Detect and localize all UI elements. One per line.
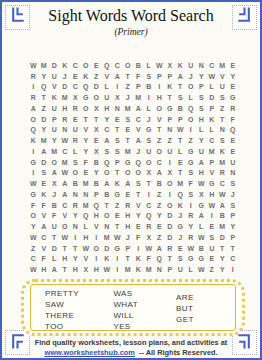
grid-cell[interactable]: A xyxy=(154,168,165,179)
grid-cell[interactable]: Y xyxy=(70,211,81,222)
grid-cell[interactable]: I xyxy=(154,82,165,93)
grid-cell[interactable]: A xyxy=(102,178,113,189)
grid-cell[interactable]: T xyxy=(228,243,239,254)
grid-cell[interactable]: V xyxy=(60,211,71,222)
grid-cell[interactable]: F xyxy=(186,178,197,189)
grid-cell[interactable]: J xyxy=(60,71,71,82)
grid-cell[interactable]: K xyxy=(175,200,186,211)
grid-cell[interactable]: M xyxy=(39,135,50,146)
grid-cell[interactable]: A xyxy=(175,71,186,82)
grid-cell[interactable]: U xyxy=(144,146,155,157)
grid-cell[interactable]: H xyxy=(196,168,207,179)
grid-cell[interactable]: A xyxy=(102,135,113,146)
grid-cell[interactable]: E xyxy=(123,189,134,200)
grid-cell[interactable]: A xyxy=(49,264,60,275)
grid-cell[interactable]: C xyxy=(60,146,71,157)
grid-cell[interactable]: L xyxy=(196,125,207,136)
grid-cell[interactable]: F xyxy=(39,254,50,265)
grid-cell[interactable]: T xyxy=(91,114,102,125)
grid-cell[interactable]: Y xyxy=(186,221,197,232)
grid-cell[interactable]: W xyxy=(196,264,207,275)
grid-cell[interactable]: M xyxy=(60,157,71,168)
grid-cell[interactable]: A xyxy=(39,221,50,232)
grid-cell[interactable]: F xyxy=(133,232,144,243)
grid-cell[interactable]: Z xyxy=(91,71,102,82)
grid-cell[interactable]: G xyxy=(81,92,92,103)
grid-cell[interactable]: R xyxy=(186,211,197,222)
grid-cell[interactable]: A xyxy=(28,103,39,114)
grid-cell[interactable]: M xyxy=(217,157,228,168)
grid-cell[interactable]: I xyxy=(228,264,239,275)
grid-cell[interactable]: J xyxy=(228,189,239,200)
grid-cell[interactable]: O xyxy=(102,168,113,179)
grid-cell[interactable]: O xyxy=(154,103,165,114)
grid-cell[interactable]: K xyxy=(175,60,186,71)
grid-cell[interactable]: F xyxy=(49,211,60,222)
grid-cell[interactable]: H xyxy=(70,264,81,275)
grid-cell[interactable]: J xyxy=(49,189,60,200)
grid-cell[interactable]: G xyxy=(186,254,197,265)
grid-cell[interactable]: G xyxy=(186,146,197,157)
grid-cell[interactable]: P xyxy=(154,71,165,82)
grid-cell[interactable]: Y xyxy=(39,71,50,82)
grid-cell[interactable]: M xyxy=(133,92,144,103)
grid-cell[interactable]: K xyxy=(60,60,71,71)
grid-cell[interactable]: U xyxy=(228,157,239,168)
grid-cell[interactable]: L xyxy=(175,146,186,157)
grid-cell[interactable]: J xyxy=(133,146,144,157)
grid-cell[interactable]: O xyxy=(186,82,197,93)
grid-cell[interactable]: I xyxy=(144,92,155,103)
grid-cell[interactable]: O xyxy=(91,92,102,103)
grid-cell[interactable]: R xyxy=(70,135,81,146)
grid-cell[interactable]: A xyxy=(60,189,71,200)
grid-cell[interactable]: H xyxy=(91,264,102,275)
grid-cell[interactable]: G xyxy=(207,178,218,189)
grid-cell[interactable]: L xyxy=(144,103,155,114)
grid-cell[interactable]: M xyxy=(49,146,60,157)
grid-cell[interactable]: Z xyxy=(217,103,228,114)
grid-cell[interactable]: H xyxy=(123,211,134,222)
grid-cell[interactable]: B xyxy=(144,82,155,93)
grid-cell[interactable]: S xyxy=(175,254,186,265)
grid-cell[interactable]: C xyxy=(70,82,81,93)
grid-cell[interactable]: I xyxy=(165,157,176,168)
grid-cell[interactable]: S xyxy=(196,92,207,103)
grid-cell[interactable]: V xyxy=(133,125,144,136)
grid-cell[interactable]: A xyxy=(39,146,50,157)
grid-cell[interactable]: P xyxy=(133,82,144,93)
grid-cell[interactable]: D xyxy=(49,60,60,71)
grid-cell[interactable]: E xyxy=(133,221,144,232)
grid-cell[interactable]: K xyxy=(112,178,123,189)
grid-cell[interactable]: G xyxy=(123,157,134,168)
grid-cell[interactable]: M xyxy=(123,264,134,275)
grid-cell[interactable]: S xyxy=(144,71,155,82)
grid-cell[interactable]: I xyxy=(112,264,123,275)
grid-cell[interactable]: T xyxy=(144,178,155,189)
grid-cell[interactable]: Y xyxy=(39,125,50,136)
grid-cell[interactable]: G xyxy=(112,189,123,200)
grid-cell[interactable]: F xyxy=(228,114,239,125)
grid-cell[interactable]: Q xyxy=(186,103,197,114)
grid-cell[interactable]: E xyxy=(112,114,123,125)
grid-cell[interactable]: H xyxy=(196,114,207,125)
grid-cell[interactable]: X xyxy=(91,146,102,157)
grid-cell[interactable]: H xyxy=(123,221,134,232)
grid-cell[interactable]: T xyxy=(154,125,165,136)
grid-cell[interactable]: W xyxy=(207,71,218,82)
grid-cell[interactable]: U xyxy=(102,92,113,103)
grid-cell[interactable]: O xyxy=(28,211,39,222)
grid-cell[interactable]: M xyxy=(175,178,186,189)
grid-cell[interactable]: E xyxy=(39,178,50,189)
grid-cell[interactable]: K xyxy=(217,146,228,157)
grid-cell[interactable]: O xyxy=(102,211,113,222)
grid-cell[interactable]: G xyxy=(165,103,176,114)
grid-cell[interactable]: D xyxy=(102,243,113,254)
grid-cell[interactable]: L xyxy=(70,146,81,157)
grid-cell[interactable]: B xyxy=(133,60,144,71)
grid-cell[interactable]: I xyxy=(165,189,176,200)
grid-cell[interactable]: E xyxy=(81,168,92,179)
grid-cell[interactable]: C xyxy=(228,254,239,265)
grid-cell[interactable]: Y xyxy=(228,71,239,82)
grid-cell[interactable]: R xyxy=(70,200,81,211)
grid-cell[interactable]: G xyxy=(228,92,239,103)
grid-cell[interactable]: R xyxy=(165,243,176,254)
grid-cell[interactable]: O xyxy=(49,157,60,168)
grid-cell[interactable]: W xyxy=(175,125,186,136)
grid-cell[interactable]: Q xyxy=(228,125,239,136)
grid-cell[interactable]: K xyxy=(28,135,39,146)
grid-cell[interactable]: N xyxy=(70,221,81,232)
grid-cell[interactable]: U xyxy=(207,243,218,254)
grid-cell[interactable]: X xyxy=(144,232,155,243)
grid-cell[interactable]: Q xyxy=(102,60,113,71)
grid-cell[interactable]: T xyxy=(175,135,186,146)
grid-cell[interactable]: Z xyxy=(39,103,50,114)
grid-cell[interactable]: M xyxy=(144,264,155,275)
grid-cell[interactable]: W xyxy=(28,264,39,275)
grid-cell[interactable]: Y xyxy=(154,211,165,222)
grid-cell[interactable]: G xyxy=(196,254,207,265)
grid-cell[interactable]: I xyxy=(70,232,81,243)
grid-cell[interactable]: H xyxy=(102,103,113,114)
grid-cell[interactable]: Q xyxy=(39,82,50,93)
grid-cell[interactable]: C xyxy=(112,60,123,71)
grid-cell[interactable]: W xyxy=(217,189,228,200)
grid-cell[interactable]: V xyxy=(39,211,50,222)
grid-cell[interactable]: G xyxy=(196,200,207,211)
grid-cell[interactable]: J xyxy=(123,92,134,103)
grid-cell[interactable]: U xyxy=(49,103,60,114)
grid-cell[interactable]: Y xyxy=(28,221,39,232)
grid-cell[interactable]: C xyxy=(207,60,218,71)
grid-cell[interactable]: I xyxy=(28,168,39,179)
grid-cell[interactable]: T xyxy=(39,92,50,103)
grid-cell[interactable]: D xyxy=(217,232,228,243)
grid-cell[interactable]: C xyxy=(28,254,39,265)
grid-cell[interactable]: R xyxy=(123,200,134,211)
grid-cell[interactable]: W xyxy=(60,168,71,179)
grid-cell[interactable]: B xyxy=(175,103,186,114)
grid-cell[interactable]: S xyxy=(133,178,144,189)
grid-cell[interactable]: M xyxy=(123,146,134,157)
grid-cell[interactable]: S xyxy=(102,146,113,157)
grid-cell[interactable]: E xyxy=(70,114,81,125)
grid-cell[interactable]: W xyxy=(186,243,197,254)
grid-cell[interactable]: C xyxy=(60,200,71,211)
grid-cell[interactable]: V xyxy=(207,168,218,179)
grid-cell[interactable]: S xyxy=(112,146,123,157)
grid-cell[interactable]: I xyxy=(112,82,123,93)
grid-cell[interactable]: S xyxy=(207,232,218,243)
grid-cell[interactable]: D xyxy=(39,157,50,168)
grid-cell[interactable]: K xyxy=(165,82,176,93)
grid-cell[interactable]: T xyxy=(217,243,228,254)
grid-cell[interactable]: W xyxy=(144,243,155,254)
grid-cell[interactable]: P xyxy=(165,114,176,125)
grid-cell[interactable]: R xyxy=(60,114,71,125)
grid-cell[interactable]: O xyxy=(81,60,92,71)
grid-cell[interactable]: L xyxy=(102,82,113,93)
grid-cell[interactable]: V xyxy=(39,243,50,254)
grid-cell[interactable]: C xyxy=(217,178,228,189)
grid-cell[interactable]: Y xyxy=(70,254,81,265)
grid-cell[interactable]: N xyxy=(102,221,113,232)
grid-cell[interactable]: Z xyxy=(154,135,165,146)
grid-cell[interactable]: T xyxy=(102,200,113,211)
grid-cell[interactable]: T xyxy=(175,82,186,93)
grid-cell[interactable]: K xyxy=(133,264,144,275)
grid-cell[interactable]: O xyxy=(81,103,92,114)
grid-cell[interactable]: Y xyxy=(91,168,102,179)
grid-cell[interactable]: L xyxy=(196,221,207,232)
grid-cell[interactable]: P xyxy=(112,157,123,168)
grid-cell[interactable]: C xyxy=(102,125,113,136)
grid-cell[interactable]: H xyxy=(39,264,50,275)
grid-cell[interactable]: H xyxy=(207,189,218,200)
grid-cell[interactable]: L xyxy=(49,254,60,265)
grid-cell[interactable]: E xyxy=(228,60,239,71)
grid-cell[interactable]: E xyxy=(228,146,239,157)
grid-cell[interactable]: E xyxy=(70,71,81,82)
grid-cell[interactable]: E xyxy=(91,60,102,71)
grid-cell[interactable]: H xyxy=(91,211,102,222)
grid-cell[interactable]: E xyxy=(91,135,102,146)
grid-cell[interactable]: E xyxy=(228,82,239,93)
grid-cell[interactable]: Q xyxy=(28,125,39,136)
grid-cell[interactable]: N xyxy=(196,60,207,71)
grid-cell[interactable]: Y xyxy=(133,211,144,222)
grid-cell[interactable]: M xyxy=(102,232,113,243)
grid-cell[interactable]: W xyxy=(196,232,207,243)
grid-cell[interactable]: Q xyxy=(154,254,165,265)
grid-cell[interactable]: S xyxy=(70,157,81,168)
grid-cell[interactable]: M xyxy=(217,60,228,71)
grid-cell[interactable]: O xyxy=(165,200,176,211)
grid-cell[interactable]: X xyxy=(112,92,123,103)
grid-cell[interactable]: Y xyxy=(217,264,228,275)
grid-cell[interactable]: I xyxy=(91,254,102,265)
grid-cell[interactable]: C xyxy=(154,157,165,168)
grid-cell[interactable]: I xyxy=(186,200,197,211)
grid-cell[interactable]: N xyxy=(217,125,228,136)
grid-cell[interactable]: G xyxy=(144,125,155,136)
grid-cell[interactable]: V xyxy=(217,71,228,82)
grid-cell[interactable]: D xyxy=(165,221,176,232)
grid-cell[interactable]: Z xyxy=(165,135,176,146)
grid-cell[interactable]: A xyxy=(112,71,123,82)
grid-cell[interactable]: D xyxy=(165,211,176,222)
grid-cell[interactable]: C xyxy=(133,114,144,125)
grid-cell[interactable]: B xyxy=(217,211,228,222)
grid-cell[interactable]: A xyxy=(60,178,71,189)
grid-cell[interactable]: C xyxy=(144,200,155,211)
grid-cell[interactable]: V xyxy=(133,200,144,211)
grid-cell[interactable]: E xyxy=(123,125,134,136)
grid-cell[interactable]: W xyxy=(60,135,71,146)
grid-cell[interactable]: Z xyxy=(112,200,123,211)
grid-cell[interactable]: G xyxy=(112,243,123,254)
grid-cell[interactable]: F xyxy=(39,200,50,211)
grid-cell[interactable]: S xyxy=(186,189,197,200)
grid-cell[interactable]: S xyxy=(186,168,197,179)
grid-cell[interactable]: S xyxy=(39,168,50,179)
grid-cell[interactable]: B xyxy=(91,157,102,168)
grid-cell[interactable]: W xyxy=(28,178,39,189)
grid-cell[interactable]: R xyxy=(217,168,228,179)
grid-cell[interactable]: Y xyxy=(102,114,113,125)
grid-cell[interactable]: X xyxy=(144,168,155,179)
grid-cell[interactable]: A xyxy=(133,103,144,114)
grid-cell[interactable]: U xyxy=(217,82,228,93)
grid-cell[interactable]: U xyxy=(49,125,60,136)
grid-cell[interactable]: D xyxy=(91,82,102,93)
grid-cell[interactable]: V xyxy=(49,82,60,93)
grid-cell[interactable]: V xyxy=(81,254,92,265)
grid-cell[interactable]: C xyxy=(39,232,50,243)
grid-cell[interactable]: S xyxy=(228,178,239,189)
grid-cell[interactable]: F xyxy=(144,254,155,265)
grid-cell[interactable]: N xyxy=(60,125,71,136)
grid-cell[interactable]: E xyxy=(207,221,218,232)
grid-cell[interactable]: U xyxy=(49,221,60,232)
grid-cell[interactable]: K xyxy=(81,71,92,82)
grid-cell[interactable]: P xyxy=(207,157,218,168)
grid-cell[interactable]: T xyxy=(165,92,176,103)
grid-cell[interactable]: U xyxy=(175,264,186,275)
grid-cell[interactable]: Z xyxy=(28,243,39,254)
grid-cell[interactable]: W xyxy=(154,60,165,71)
grid-cell[interactable]: F xyxy=(133,71,144,82)
grid-cell[interactable]: Y xyxy=(81,146,92,157)
grid-cell[interactable]: D xyxy=(60,82,71,93)
grid-cell[interactable]: Q xyxy=(91,200,102,211)
grid-cell[interactable]: S xyxy=(123,114,134,125)
grid-cell[interactable]: O xyxy=(70,168,81,179)
grid-cell[interactable]: X xyxy=(49,178,60,189)
grid-cell[interactable]: B xyxy=(154,178,165,189)
grid-cell[interactable]: M xyxy=(39,60,50,71)
grid-cell[interactable]: N xyxy=(112,103,123,114)
grid-cell[interactable]: F xyxy=(28,200,39,211)
grid-cell[interactable]: A xyxy=(123,178,134,189)
grid-cell[interactable]: M xyxy=(217,221,228,232)
grid-cell[interactable]: T xyxy=(112,168,123,179)
grid-cell[interactable]: K xyxy=(207,114,218,125)
grid-cell[interactable]: P xyxy=(165,71,176,82)
grid-cell[interactable]: M xyxy=(81,178,92,189)
grid-cell[interactable]: Z xyxy=(154,232,165,243)
grid-cell[interactable]: G xyxy=(28,189,39,200)
grid-cell[interactable]: X xyxy=(196,189,207,200)
grid-cell[interactable]: F xyxy=(81,157,92,168)
grid-cell[interactable]: J xyxy=(186,71,197,82)
grid-cell[interactable]: T xyxy=(123,254,134,265)
grid-cell[interactable]: Q xyxy=(175,189,186,200)
grid-cell[interactable]: T xyxy=(217,114,228,125)
grid-cell[interactable]: Q xyxy=(102,157,113,168)
grid-cell[interactable]: R xyxy=(28,92,39,103)
grid-cell[interactable]: T xyxy=(112,125,123,136)
grid-cell[interactable]: R xyxy=(186,232,197,243)
grid-cell[interactable]: S xyxy=(217,135,228,146)
grid-cell[interactable]: Y xyxy=(49,135,60,146)
grid-cell[interactable]: D xyxy=(207,92,218,103)
grid-cell[interactable]: H xyxy=(81,232,92,243)
grid-cell[interactable]: P xyxy=(228,232,239,243)
grid-cell[interactable]: K xyxy=(133,254,144,265)
grid-cell[interactable]: J xyxy=(175,211,186,222)
grid-cell[interactable]: I xyxy=(186,125,197,136)
grid-cell[interactable]: D xyxy=(49,243,60,254)
grid-cell[interactable]: S xyxy=(175,92,186,103)
grid-cell[interactable]: N xyxy=(165,125,176,136)
grid-cell[interactable]: A xyxy=(217,200,228,211)
grid-cell[interactable]: P xyxy=(165,264,176,275)
grid-cell[interactable]: N xyxy=(154,264,165,275)
grid-cell[interactable]: T xyxy=(123,71,134,82)
grid-cell[interactable]: S xyxy=(217,92,228,103)
grid-cell[interactable]: I xyxy=(91,232,102,243)
grid-cell[interactable]: S xyxy=(196,103,207,114)
grid-cell[interactable]: M xyxy=(207,146,218,157)
grid-cell[interactable]: C xyxy=(70,60,81,71)
grid-cell[interactable]: Y xyxy=(228,221,239,232)
grid-cell[interactable]: V xyxy=(91,221,102,232)
grid-cell[interactable]: O xyxy=(60,221,71,232)
grid-cell[interactable]: Y xyxy=(217,254,228,265)
grid-cell[interactable]: M xyxy=(81,200,92,211)
grid-cell[interactable]: P xyxy=(228,211,239,222)
grid-cell[interactable]: T xyxy=(112,221,123,232)
grid-cell[interactable]: B xyxy=(196,243,207,254)
grid-cell[interactable]: H xyxy=(60,103,71,114)
grid-cell[interactable]: O xyxy=(28,114,39,125)
grid-cell[interactable]: K xyxy=(49,92,60,103)
grid-cell[interactable]: E xyxy=(207,254,218,265)
grid-cell[interactable]: E xyxy=(175,243,186,254)
grid-cell[interactable]: U xyxy=(186,60,197,71)
grid-cell[interactable]: P xyxy=(207,103,218,114)
grid-cell[interactable]: T xyxy=(81,114,92,125)
grid-cell[interactable]: W xyxy=(60,232,71,243)
grid-cell[interactable]: I xyxy=(133,243,144,254)
grid-cell[interactable]: K xyxy=(102,254,113,265)
grid-cell[interactable]: V xyxy=(102,71,113,82)
